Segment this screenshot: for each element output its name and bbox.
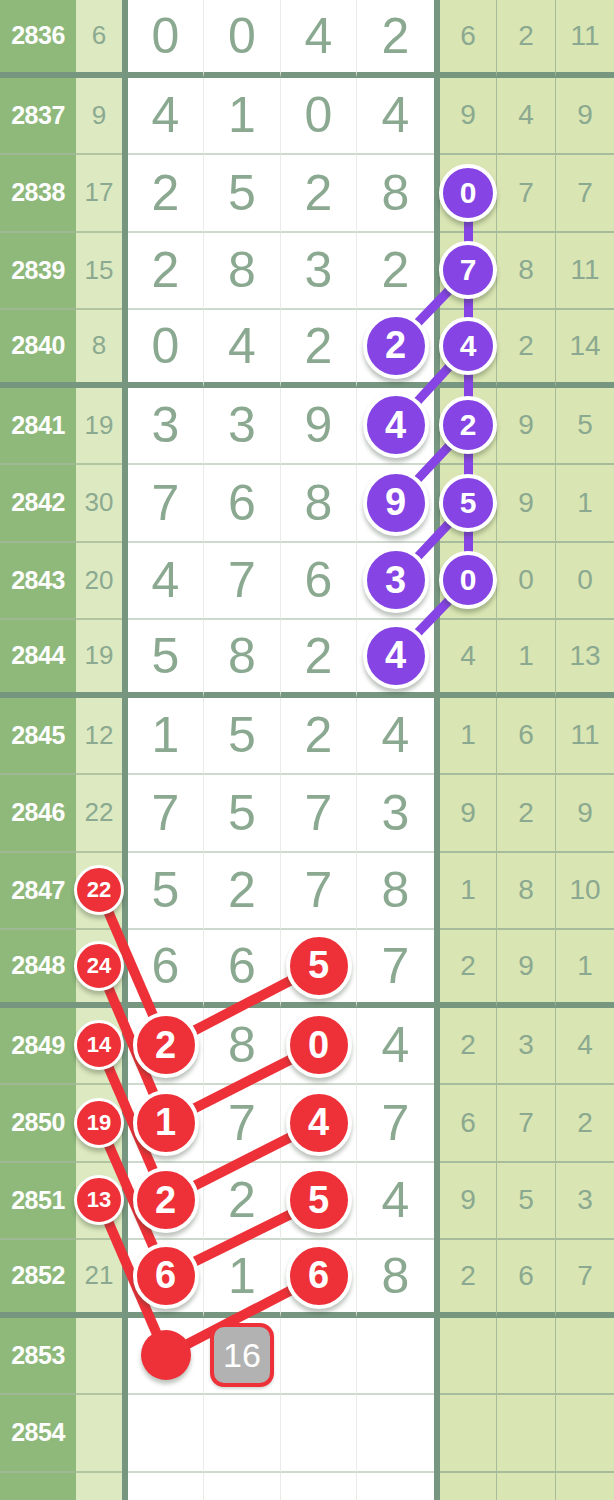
cell-2838-c1: 2 xyxy=(128,155,204,233)
cell-2852-c5: 2 xyxy=(440,1240,497,1318)
cell-2838-c7: 7 xyxy=(556,155,614,233)
cell-2845-period: 2845 xyxy=(0,698,76,776)
cell-2840-c7: 14 xyxy=(556,310,614,388)
cell-2852-c3: 6 xyxy=(281,1240,357,1318)
cell-2848-c1: 6 xyxy=(128,930,204,1008)
cell-next-c6 xyxy=(497,1473,556,1500)
red-circle: 6 xyxy=(286,1243,352,1309)
cell-2844-c2: 8 xyxy=(204,620,281,698)
cell-2845-c2: 5 xyxy=(204,698,281,776)
cell-2850-sum: 19 xyxy=(76,1085,122,1163)
table-row-2841: 2841193394295 xyxy=(0,388,614,466)
red-dot-pending xyxy=(141,1330,191,1380)
table-row-2850: 2850191747672 xyxy=(0,1085,614,1163)
cell-2840-c3: 2 xyxy=(281,310,357,388)
cell-2838-period: 2838 xyxy=(0,155,76,233)
cell-2843-period: 2843 xyxy=(0,543,76,621)
cell-2845-c3: 2 xyxy=(281,698,357,776)
cell-2837-period: 2837 xyxy=(0,78,76,156)
cell-2847-sum: 22 xyxy=(76,853,122,931)
red-circle: 19 xyxy=(74,1098,124,1148)
cell-2839-period: 2839 xyxy=(0,233,76,311)
cell-2838-c4: 8 xyxy=(357,155,434,233)
cell-2847-c7: 10 xyxy=(556,853,614,931)
cell-2840-sum: 8 xyxy=(76,310,122,388)
cell-2848-c3: 5 xyxy=(281,930,357,1008)
purple-circle: 4 xyxy=(363,623,429,689)
table-row-2847: 28472252781810 xyxy=(0,853,614,931)
table-row-2854: 2854 xyxy=(0,1395,614,1473)
red-circle: 6 xyxy=(133,1243,199,1309)
predicted-value-box: 16 xyxy=(210,1323,274,1387)
cell-2839-c5: 7 xyxy=(440,233,497,311)
red-circle: 5 xyxy=(286,933,352,999)
cell-next-c3 xyxy=(281,1473,357,1500)
purple-circle: 0 xyxy=(439,551,497,609)
red-circle: 24 xyxy=(74,941,124,991)
cell-2842-c2: 6 xyxy=(204,465,281,543)
purple-circle: 2 xyxy=(363,313,429,379)
cell-2848-c7: 1 xyxy=(556,930,614,1008)
cell-2851-sum: 13 xyxy=(76,1163,122,1241)
red-circle: 5 xyxy=(286,1167,352,1233)
cell-2846-c3: 7 xyxy=(281,775,357,853)
cell-2841-c1: 3 xyxy=(128,388,204,466)
red-circle: 0 xyxy=(286,1012,352,1078)
cell-2850-c1: 1 xyxy=(128,1085,204,1163)
cell-2846-c2: 5 xyxy=(204,775,281,853)
cell-next-sum xyxy=(76,1473,122,1500)
cell-next-c2 xyxy=(204,1473,281,1500)
table-row-2851: 2851132254953 xyxy=(0,1163,614,1241)
table-row-2836: 2836600426211 xyxy=(0,0,614,78)
cell-2848-c5: 2 xyxy=(440,930,497,1008)
cell-2841-sum: 19 xyxy=(76,388,122,466)
cell-2837-sum: 9 xyxy=(76,78,122,156)
cell-2836-c1: 0 xyxy=(128,0,204,78)
cell-2842-c7: 1 xyxy=(556,465,614,543)
cell-2837-c7: 9 xyxy=(556,78,614,156)
cell-2843-c7: 0 xyxy=(556,543,614,621)
cell-2854-c2 xyxy=(204,1395,281,1473)
table-row-2848: 2848246657291 xyxy=(0,930,614,1008)
cell-2844-c1: 5 xyxy=(128,620,204,698)
cell-2838-c6: 7 xyxy=(497,155,556,233)
cell-2852-sum: 21 xyxy=(76,1240,122,1318)
cell-2841-c7: 5 xyxy=(556,388,614,466)
purple-circle: 4 xyxy=(363,392,429,458)
cell-2845-c4: 4 xyxy=(357,698,434,776)
cell-next-c1 xyxy=(128,1473,204,1500)
cell-2837-c4: 4 xyxy=(357,78,434,156)
cell-2838-c5: 0 xyxy=(440,155,497,233)
cell-2838-c2: 5 xyxy=(204,155,281,233)
purple-circle: 0 xyxy=(439,164,497,222)
table-row-2849: 2849142804234 xyxy=(0,1008,614,1086)
cell-2853-sum xyxy=(76,1318,122,1396)
cell-2848-c2: 6 xyxy=(204,930,281,1008)
cell-2847-c3: 7 xyxy=(281,853,357,931)
cell-next-c5 xyxy=(440,1473,497,1500)
cell-2839-c2: 8 xyxy=(204,233,281,311)
cell-2852-c7: 7 xyxy=(556,1240,614,1318)
cell-2841-period: 2841 xyxy=(0,388,76,466)
purple-circle: 4 xyxy=(439,317,497,375)
cell-2837-c1: 4 xyxy=(128,78,204,156)
cell-2845-c5: 1 xyxy=(440,698,497,776)
cell-2854-sum xyxy=(76,1395,122,1473)
cell-2843-c6: 0 xyxy=(497,543,556,621)
cell-2843-sum: 20 xyxy=(76,543,122,621)
cell-2841-c5: 2 xyxy=(440,388,497,466)
cell-2844-c7: 13 xyxy=(556,620,614,698)
cell-2842-sum: 30 xyxy=(76,465,122,543)
cell-2852-c1: 6 xyxy=(128,1240,204,1318)
cell-2853-c3 xyxy=(281,1318,357,1396)
cell-2845-sum: 12 xyxy=(76,698,122,776)
cell-2840-period: 2840 xyxy=(0,310,76,388)
cell-2839-c7: 11 xyxy=(556,233,614,311)
cell-2852-period: 2852 xyxy=(0,1240,76,1318)
cell-2843-c5: 0 xyxy=(440,543,497,621)
cell-2846-c5: 9 xyxy=(440,775,497,853)
cell-2851-c4: 4 xyxy=(357,1163,434,1241)
cell-2854-c7 xyxy=(556,1395,614,1473)
cell-2840-c4: 2 xyxy=(357,310,434,388)
cell-2849-c6: 3 xyxy=(497,1008,556,1086)
cell-2837-c2: 1 xyxy=(204,78,281,156)
red-circle: 22 xyxy=(74,865,124,915)
table-row-2853: 285316 xyxy=(0,1318,614,1396)
cell-2841-c6: 9 xyxy=(497,388,556,466)
table-row-partial xyxy=(0,1473,614,1500)
purple-circle: 7 xyxy=(439,241,497,299)
cell-2841-c2: 3 xyxy=(204,388,281,466)
cell-2840-c1: 0 xyxy=(128,310,204,388)
cell-2840-c2: 4 xyxy=(204,310,281,388)
cell-2848-c6: 9 xyxy=(497,930,556,1008)
cell-2851-c2: 2 xyxy=(204,1163,281,1241)
cell-2843-c3: 6 xyxy=(281,543,357,621)
cell-2843-c2: 7 xyxy=(204,543,281,621)
cell-2847-c6: 8 xyxy=(497,853,556,931)
table-row-2844: 28441958244113 xyxy=(0,620,614,698)
cell-2851-c5: 9 xyxy=(440,1163,497,1241)
cell-2853-c1 xyxy=(128,1318,204,1396)
cell-2853-c7 xyxy=(556,1318,614,1396)
cell-2846-period: 2846 xyxy=(0,775,76,853)
cell-2847-c1: 5 xyxy=(128,853,204,931)
cell-2847-c4: 8 xyxy=(357,853,434,931)
red-circle: 2 xyxy=(133,1012,199,1078)
cell-2842-c4: 9 xyxy=(357,465,434,543)
cell-2844-c6: 1 xyxy=(497,620,556,698)
table-row-2843: 2843204763000 xyxy=(0,543,614,621)
cell-2851-c1: 2 xyxy=(128,1163,204,1241)
cell-next-c7 xyxy=(556,1473,614,1500)
cell-2836-c5: 6 xyxy=(440,0,497,78)
table-row-2852: 2852216168267 xyxy=(0,1240,614,1318)
cell-2846-c4: 3 xyxy=(357,775,434,853)
cell-2839-c4: 2 xyxy=(357,233,434,311)
cell-2850-c3: 4 xyxy=(281,1085,357,1163)
cell-2854-period: 2854 xyxy=(0,1395,76,1473)
cell-2842-c5: 5 xyxy=(440,465,497,543)
cell-2845-c7: 11 xyxy=(556,698,614,776)
purple-circle: 2 xyxy=(439,396,497,454)
cell-next-c4 xyxy=(357,1473,434,1500)
cell-2847-period: 2847 xyxy=(0,853,76,931)
table-row-2839: 28391528327811 xyxy=(0,233,614,311)
table-row-2837: 283794104949 xyxy=(0,78,614,156)
cell-2849-period: 2849 xyxy=(0,1008,76,1086)
cell-2842-c3: 8 xyxy=(281,465,357,543)
cell-2836-period: 2836 xyxy=(0,0,76,78)
cell-2842-c1: 7 xyxy=(128,465,204,543)
cell-2854-c3 xyxy=(281,1395,357,1473)
cell-2846-sum: 22 xyxy=(76,775,122,853)
table-row-2840: 2840804224214 xyxy=(0,310,614,388)
cell-2850-c7: 2 xyxy=(556,1085,614,1163)
cell-2848-c4: 7 xyxy=(357,930,434,1008)
cell-2839-sum: 15 xyxy=(76,233,122,311)
cell-2849-c3: 0 xyxy=(281,1008,357,1086)
cell-2845-c6: 6 xyxy=(497,698,556,776)
cell-2853-c6 xyxy=(497,1318,556,1396)
cell-2853-c4 xyxy=(357,1318,434,1396)
cell-2849-c7: 4 xyxy=(556,1008,614,1086)
lottery-trend-chart: 2836600426211283794104949283817252807728… xyxy=(0,0,614,1500)
purple-circle: 9 xyxy=(363,470,429,536)
cell-2853-c2: 16 xyxy=(204,1318,281,1396)
table-row-2845: 28451215241611 xyxy=(0,698,614,776)
cell-2844-sum: 19 xyxy=(76,620,122,698)
cell-2836-sum: 6 xyxy=(76,0,122,78)
table-row-2842: 2842307689591 xyxy=(0,465,614,543)
cell-2841-c4: 4 xyxy=(357,388,434,466)
purple-circle: 3 xyxy=(363,547,429,613)
cell-2839-c3: 3 xyxy=(281,233,357,311)
cell-2850-c5: 6 xyxy=(440,1085,497,1163)
cell-2840-c5: 4 xyxy=(440,310,497,388)
cell-2854-c5 xyxy=(440,1395,497,1473)
red-circle: 2 xyxy=(133,1167,199,1233)
cell-2851-c7: 3 xyxy=(556,1163,614,1241)
cell-2843-c1: 4 xyxy=(128,543,204,621)
cell-2844-c3: 2 xyxy=(281,620,357,698)
cell-2839-c1: 2 xyxy=(128,233,204,311)
cell-2851-period: 2851 xyxy=(0,1163,76,1241)
cell-2838-sum: 17 xyxy=(76,155,122,233)
red-circle: 4 xyxy=(286,1090,352,1156)
cell-2849-sum: 14 xyxy=(76,1008,122,1086)
cell-2845-c1: 1 xyxy=(128,698,204,776)
cell-2846-c1: 7 xyxy=(128,775,204,853)
cell-2851-c6: 5 xyxy=(497,1163,556,1241)
trend-grid: 2836600426211283794104949283817252807728… xyxy=(0,0,614,1500)
cell-2852-c2: 1 xyxy=(204,1240,281,1318)
cell-2852-c4: 8 xyxy=(357,1240,434,1318)
cell-2837-c5: 9 xyxy=(440,78,497,156)
cell-2844-c5: 4 xyxy=(440,620,497,698)
cell-2838-c3: 2 xyxy=(281,155,357,233)
cell-2848-sum: 24 xyxy=(76,930,122,1008)
cell-2853-period: 2853 xyxy=(0,1318,76,1396)
red-circle: 1 xyxy=(133,1090,199,1156)
cell-2836-c6: 2 xyxy=(497,0,556,78)
purple-circle: 5 xyxy=(439,474,497,532)
red-circle: 14 xyxy=(74,1020,124,1070)
cell-2854-c1 xyxy=(128,1395,204,1473)
cell-2854-c6 xyxy=(497,1395,556,1473)
cell-2844-c4: 4 xyxy=(357,620,434,698)
cell-2850-c2: 7 xyxy=(204,1085,281,1163)
cell-2853-c5 xyxy=(440,1318,497,1396)
cell-2837-c3: 0 xyxy=(281,78,357,156)
cell-2836-c3: 4 xyxy=(281,0,357,78)
cell-2841-c3: 9 xyxy=(281,388,357,466)
cell-2843-c4: 3 xyxy=(357,543,434,621)
table-row-2838: 2838172528077 xyxy=(0,155,614,233)
cell-2851-c3: 5 xyxy=(281,1163,357,1241)
cell-2848-period: 2848 xyxy=(0,930,76,1008)
cell-2849-c4: 4 xyxy=(357,1008,434,1086)
cell-2852-c6: 6 xyxy=(497,1240,556,1318)
cell-2849-c5: 2 xyxy=(440,1008,497,1086)
cell-2846-c7: 9 xyxy=(556,775,614,853)
cell-2849-c2: 8 xyxy=(204,1008,281,1086)
cell-2850-period: 2850 xyxy=(0,1085,76,1163)
cell-2836-c4: 2 xyxy=(357,0,434,78)
cell-2846-c6: 2 xyxy=(497,775,556,853)
cell-2839-c6: 8 xyxy=(497,233,556,311)
cell-2836-c7: 11 xyxy=(556,0,614,78)
cell-next-period xyxy=(0,1473,76,1500)
cell-2854-c4 xyxy=(357,1395,434,1473)
cell-2849-c1: 2 xyxy=(128,1008,204,1086)
cell-2842-c6: 9 xyxy=(497,465,556,543)
cell-2840-c6: 2 xyxy=(497,310,556,388)
cell-2847-c2: 2 xyxy=(204,853,281,931)
cell-2844-period: 2844 xyxy=(0,620,76,698)
cell-2847-c5: 1 xyxy=(440,853,497,931)
cell-2837-c6: 4 xyxy=(497,78,556,156)
red-circle: 13 xyxy=(74,1175,124,1225)
cell-2850-c4: 7 xyxy=(357,1085,434,1163)
cell-2850-c6: 7 xyxy=(497,1085,556,1163)
cell-2842-period: 2842 xyxy=(0,465,76,543)
table-row-2846: 2846227573929 xyxy=(0,775,614,853)
cell-2836-c2: 0 xyxy=(204,0,281,78)
